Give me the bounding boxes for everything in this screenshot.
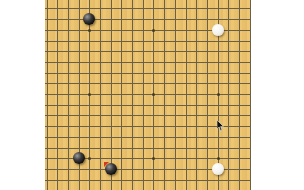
grid-hline	[45, 148, 251, 149]
grid-vline	[132, 0, 133, 190]
grid-vline	[68, 0, 69, 190]
go-board[interactable]	[45, 0, 251, 190]
grid-hline	[45, 83, 251, 84]
grid-hline	[45, 105, 251, 106]
star-point	[152, 157, 155, 160]
star-point	[217, 93, 220, 96]
grid-hline	[45, 51, 251, 52]
grid-hline	[45, 115, 251, 116]
grid-vline	[175, 0, 176, 190]
star-point	[88, 157, 91, 160]
black-stone-D17	[83, 13, 95, 25]
board-edge-line	[47, 0, 48, 190]
white-stone-Q16	[212, 24, 224, 36]
mouse-cursor-icon	[217, 120, 225, 132]
grid-vline	[239, 0, 240, 190]
grid-hline	[45, 180, 251, 181]
last-move-marker-icon	[104, 162, 109, 167]
grid-vline	[121, 0, 122, 190]
grid-hline	[45, 8, 251, 9]
grid-hline	[45, 19, 251, 20]
grid-hline	[45, 41, 251, 42]
grid-vline	[164, 0, 165, 190]
grid-vline	[57, 0, 58, 190]
grid-hline	[45, 62, 251, 63]
grid-vline	[100, 0, 101, 190]
white-stone-Q3	[212, 163, 224, 175]
star-point	[152, 29, 155, 32]
grid-vline	[186, 0, 187, 190]
grid-vline	[143, 0, 144, 190]
star-point	[88, 93, 91, 96]
grid-hline	[45, 73, 251, 74]
grid-vline	[196, 0, 197, 190]
grid-vline	[250, 0, 251, 190]
black-stone-C4	[73, 152, 85, 164]
screenshot-root	[0, 0, 304, 190]
grid-hline	[45, 94, 251, 95]
star-point	[88, 29, 91, 32]
star-point	[217, 157, 220, 160]
grid-vline	[207, 0, 208, 190]
star-point	[152, 93, 155, 96]
grid-vline	[228, 0, 229, 190]
grid-vline	[111, 0, 112, 190]
grid-hline	[45, 137, 251, 138]
